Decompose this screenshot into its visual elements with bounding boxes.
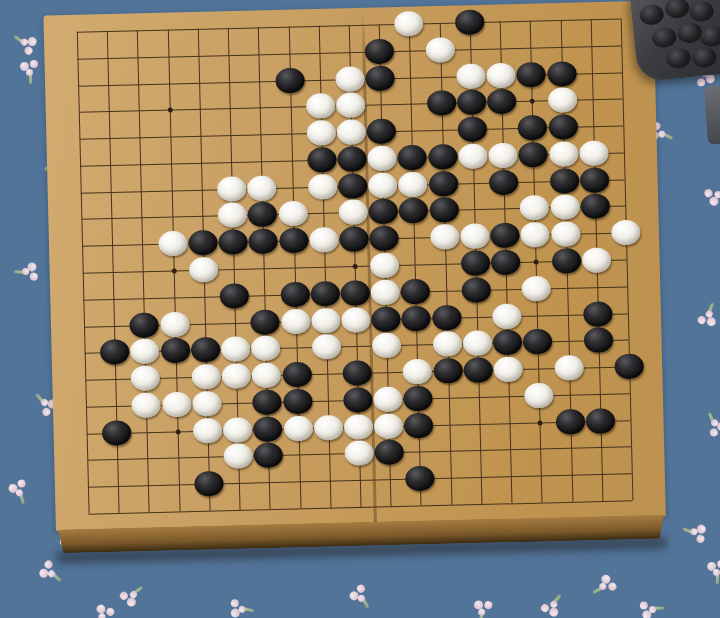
fabric-flower	[85, 600, 121, 618]
black-stone	[365, 65, 395, 91]
black-stone	[367, 119, 397, 145]
white-stone	[394, 11, 424, 37]
black-stone	[491, 250, 521, 276]
white-stone	[252, 362, 282, 388]
black-stone	[252, 389, 282, 415]
black-stone	[100, 339, 130, 365]
fabric-flower	[701, 176, 720, 209]
white-stone	[371, 279, 401, 305]
fabric-flower	[705, 560, 720, 586]
fabric-flower	[691, 296, 720, 330]
white-stone	[224, 443, 254, 469]
white-stone	[372, 333, 402, 359]
white-stone	[403, 359, 433, 385]
black-stone	[194, 471, 224, 497]
bowl-black-stone	[677, 22, 703, 44]
white-stone	[344, 441, 374, 467]
black-stone	[337, 146, 367, 172]
black-stone	[461, 250, 491, 276]
black-stone	[191, 337, 221, 363]
black-stone	[403, 386, 433, 412]
hoshi-dot	[538, 420, 543, 425]
black-stone	[280, 281, 310, 307]
black-stone	[253, 416, 283, 442]
white-stone	[306, 93, 336, 119]
black-stone	[401, 279, 431, 305]
white-stone	[344, 414, 374, 440]
white-stone	[456, 63, 486, 89]
fabric-flower	[345, 580, 381, 616]
black-stone	[518, 142, 548, 168]
black-stone	[188, 230, 218, 256]
black-stone	[250, 309, 280, 335]
black-stone	[428, 144, 458, 170]
black-stone	[338, 173, 368, 199]
fabric-flower	[228, 593, 259, 618]
white-stone	[314, 415, 344, 441]
white-stone	[336, 93, 366, 119]
white-stone	[160, 311, 190, 337]
white-stone	[131, 365, 161, 391]
white-stone	[492, 303, 522, 329]
white-stone	[549, 141, 579, 167]
black-stone	[585, 408, 615, 434]
white-stone	[223, 417, 253, 443]
white-stone	[486, 62, 516, 88]
white-stone	[524, 383, 554, 409]
white-stone	[309, 227, 339, 253]
black-stone	[427, 90, 457, 116]
black-stone	[398, 145, 428, 171]
black-stone	[433, 358, 463, 384]
black-stone	[429, 171, 459, 197]
black-stone	[248, 202, 278, 228]
stone-bowl	[630, 0, 720, 83]
fabric-flower	[18, 60, 44, 86]
white-stone	[463, 331, 493, 357]
black-stone	[549, 168, 579, 194]
white-stone	[367, 145, 397, 171]
black-stone	[307, 147, 337, 173]
white-stone	[335, 66, 365, 92]
white-stone	[192, 391, 222, 417]
white-stone	[218, 203, 248, 229]
hoshi-dot	[534, 260, 539, 265]
black-stone	[340, 280, 370, 306]
black-stone	[516, 61, 546, 87]
white-stone	[488, 142, 518, 168]
white-stone	[193, 418, 223, 444]
white-stone	[547, 87, 577, 113]
black-stone	[614, 354, 644, 380]
bowl-black-stone	[664, 0, 690, 19]
black-stone	[375, 440, 405, 466]
black-stone	[461, 277, 491, 303]
board-grid	[77, 18, 633, 513]
white-stone	[132, 392, 162, 418]
white-stone	[432, 331, 462, 357]
white-stone	[579, 140, 609, 166]
black-stone	[130, 312, 160, 338]
photo-scene	[0, 0, 720, 618]
go-board-wrapper	[43, 1, 670, 562]
black-stone	[548, 114, 578, 140]
hoshi-dot	[167, 108, 172, 113]
white-stone	[368, 172, 398, 198]
black-stone	[490, 223, 520, 249]
white-stone	[520, 195, 550, 221]
black-stone	[463, 357, 493, 383]
white-stone	[550, 194, 580, 220]
white-stone	[458, 143, 488, 169]
white-stone	[337, 119, 367, 145]
black-stone	[487, 89, 517, 115]
white-stone	[339, 200, 369, 226]
white-stone	[311, 308, 341, 334]
hoshi-dot	[353, 264, 358, 269]
black-stone	[583, 301, 613, 327]
black-stone	[523, 329, 553, 355]
hoshi-dot	[530, 99, 535, 104]
white-stone	[283, 415, 313, 441]
black-stone	[342, 360, 372, 386]
black-stone	[102, 420, 132, 446]
fabric-flower	[696, 406, 720, 440]
black-stone	[275, 67, 305, 93]
white-stone	[341, 307, 371, 333]
black-stone	[283, 389, 313, 415]
white-stone	[162, 391, 192, 417]
white-stone	[551, 221, 581, 247]
black-stone	[405, 466, 435, 492]
black-stone	[404, 412, 434, 438]
fabric-flower	[467, 597, 499, 618]
black-stone	[310, 281, 340, 307]
white-stone	[278, 201, 308, 227]
white-stone	[281, 308, 311, 334]
black-stone	[218, 229, 248, 255]
black-stone	[547, 61, 577, 87]
black-stone	[429, 197, 459, 223]
bowl-black-stone	[639, 4, 665, 26]
black-stone	[343, 387, 373, 413]
black-stone	[580, 167, 610, 193]
black-stone	[220, 283, 250, 309]
bowl-black-stone	[651, 26, 677, 48]
fabric-flower	[115, 575, 151, 611]
white-stone	[130, 339, 160, 365]
fabric-flower	[586, 571, 621, 606]
go-board	[43, 1, 665, 532]
white-stone	[312, 334, 342, 360]
white-stone	[251, 336, 281, 362]
black-stone	[489, 169, 519, 195]
hoshi-dot	[171, 268, 176, 273]
white-stone	[221, 336, 251, 362]
bowl-black-stone	[689, 0, 715, 22]
fabric-flower	[5, 25, 41, 61]
black-stone	[369, 226, 399, 252]
white-stone	[520, 222, 550, 248]
black-stone	[455, 9, 485, 35]
white-stone	[373, 386, 403, 412]
black-stone	[279, 228, 309, 254]
white-stone	[554, 355, 584, 381]
black-stone	[282, 362, 312, 388]
black-stone	[365, 38, 395, 64]
hoshi-dot	[175, 429, 180, 434]
black-stone	[457, 116, 487, 142]
white-stone	[582, 247, 612, 273]
black-stone	[339, 226, 369, 252]
white-stone	[370, 252, 400, 278]
fabric-flower	[5, 477, 37, 509]
white-stone	[191, 364, 221, 390]
fabric-flower	[11, 259, 39, 287]
white-stone	[611, 220, 641, 246]
bowl-black-stone	[692, 46, 718, 68]
fabric-flower	[639, 594, 666, 618]
white-stone	[247, 175, 277, 201]
white-stone	[217, 176, 247, 202]
black-stone	[161, 338, 191, 364]
black-stone	[432, 305, 462, 331]
black-stone	[249, 229, 279, 255]
black-stone	[518, 115, 548, 141]
black-stone	[254, 443, 284, 469]
black-stone	[369, 199, 399, 225]
white-stone	[522, 276, 552, 302]
bowl-black-stone	[699, 25, 720, 47]
white-stone	[493, 357, 523, 383]
fabric-flower	[676, 516, 709, 549]
white-stone	[158, 231, 188, 257]
black-stone	[402, 305, 432, 331]
black-stone	[555, 409, 585, 435]
white-stone	[222, 363, 252, 389]
white-stone	[189, 257, 219, 283]
white-stone	[430, 224, 460, 250]
black-stone	[399, 198, 429, 224]
bowl-black-stone	[665, 47, 691, 69]
white-stone	[306, 120, 336, 146]
black-stone	[457, 90, 487, 116]
fabric-flower	[535, 585, 572, 618]
black-stone	[580, 194, 610, 220]
black-stone	[584, 328, 614, 354]
white-stone	[308, 174, 338, 200]
white-stone	[460, 223, 490, 249]
black-stone	[551, 248, 581, 274]
black-stone	[493, 330, 523, 356]
white-stone	[425, 37, 455, 63]
white-stone	[398, 171, 428, 197]
white-stone	[374, 413, 404, 439]
black-stone	[371, 306, 401, 332]
